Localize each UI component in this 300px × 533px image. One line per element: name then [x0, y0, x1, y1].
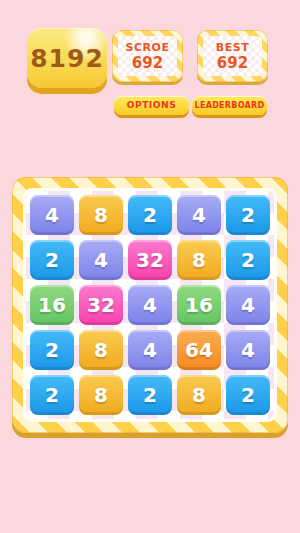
logo-tile-value: 8192	[30, 44, 104, 73]
tile-4: 4	[226, 285, 270, 325]
best-label: BEST	[216, 42, 249, 53]
tile-2: 2	[128, 375, 172, 415]
best-panel: BEST 692	[197, 30, 268, 82]
tile-4: 4	[128, 330, 172, 370]
tile-8: 8	[177, 375, 221, 415]
tile-4: 4	[226, 330, 270, 370]
tile-8: 8	[79, 330, 123, 370]
tile-16: 16	[30, 285, 74, 325]
tile-64: 64	[177, 330, 221, 370]
tile-2: 2	[128, 195, 172, 235]
tile-2: 2	[226, 375, 270, 415]
tile-32: 32	[79, 285, 123, 325]
tile-8: 8	[79, 375, 123, 415]
tile-8: 8	[79, 195, 123, 235]
best-value: 692	[217, 56, 248, 71]
tile-2: 2	[226, 195, 270, 235]
score-panel-inner: SCROE 692	[118, 36, 177, 76]
tile-4: 4	[177, 195, 221, 235]
game-screen: 8192 SCROE 692 BEST 692 OPTIONS LEADERBO…	[0, 0, 300, 533]
tile-32: 32	[128, 240, 172, 280]
tile-2: 2	[30, 375, 74, 415]
options-button[interactable]: OPTIONS	[114, 96, 189, 115]
tile-2: 2	[226, 240, 270, 280]
board-grid[interactable]: 482422432821632416428464428282	[30, 195, 270, 415]
tile-4: 4	[79, 240, 123, 280]
best-panel-inner: BEST 692	[203, 36, 262, 76]
logo-tile-8192: 8192	[27, 28, 107, 88]
board-frame: 482422432821632416428464428282	[12, 177, 288, 433]
tile-4: 4	[128, 285, 172, 325]
tile-2: 2	[30, 240, 74, 280]
tile-8: 8	[177, 240, 221, 280]
score-label: SCROE	[126, 42, 170, 53]
board-inner: 482422432821632416428464428282	[23, 188, 277, 422]
leaderboard-button[interactable]: LEADERBOARD	[192, 96, 267, 115]
tile-16: 16	[177, 285, 221, 325]
tile-4: 4	[30, 195, 74, 235]
score-value: 692	[132, 56, 163, 71]
score-panel: SCROE 692	[112, 30, 183, 82]
tile-2: 2	[30, 330, 74, 370]
